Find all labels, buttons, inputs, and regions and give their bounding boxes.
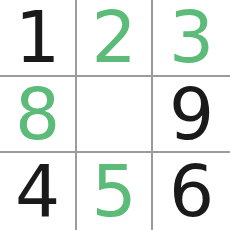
sudoku-cell-r3c2[interactable]: 5 [77,153,151,230]
cell-digit: 1 [15,2,60,73]
cell-digit: 3 [169,2,214,73]
sudoku-cell-r2c3[interactable]: 9 [153,77,230,151]
cell-digit: 9 [169,79,214,150]
cell-digit: 4 [15,156,60,227]
sudoku-cell-r3c3[interactable]: 6 [153,153,230,230]
sudoku-cell-r1c1[interactable]: 1 [0,0,75,75]
cell-digit: 8 [15,79,60,150]
cell-digit: 2 [91,2,136,73]
cell-digit: 5 [91,156,136,227]
sudoku-cell-r2c2[interactable] [77,77,151,151]
sudoku-cell-r1c3[interactable]: 3 [153,0,230,75]
sudoku-cell-r3c1[interactable]: 4 [0,153,75,230]
sudoku-board: 1 2 3 8 9 4 5 6 [0,0,230,230]
sudoku-cell-r2c1[interactable]: 8 [0,77,75,151]
sudoku-cell-r1c2[interactable]: 2 [77,0,151,75]
cell-digit: 6 [169,156,214,227]
